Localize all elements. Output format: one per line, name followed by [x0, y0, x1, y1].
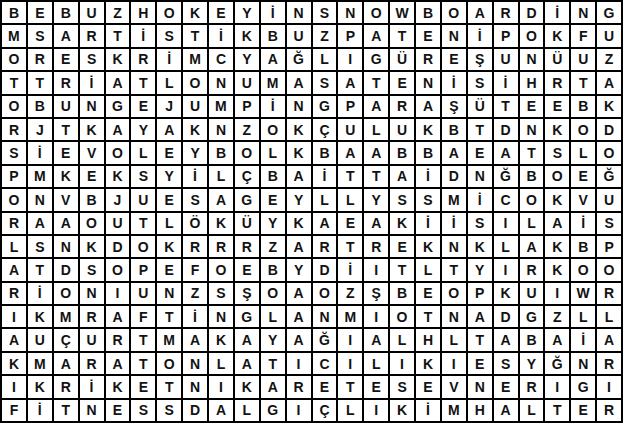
cell-r3c12[interactable]: Ğ: [287, 49, 311, 70]
cell-r3c16[interactable]: Ü: [390, 49, 414, 70]
cell-r11c4[interactable]: K: [80, 236, 104, 257]
cell-r8c18[interactable]: D: [442, 166, 466, 187]
cell-r17c19[interactable]: N: [468, 376, 492, 397]
cell-r16c21[interactable]: Y: [520, 353, 544, 374]
cell-r12c21[interactable]: R: [520, 259, 544, 280]
cell-r3c22[interactable]: Ü: [545, 49, 569, 70]
cell-r7c7[interactable]: E: [157, 142, 181, 163]
cell-r17c3[interactable]: R: [54, 376, 78, 397]
cell-r2c13[interactable]: Z: [313, 25, 337, 46]
cell-r7c24[interactable]: O: [597, 142, 621, 163]
cell-r17c21[interactable]: R: [520, 376, 544, 397]
cell-r8c10[interactable]: Ç: [235, 166, 259, 187]
cell-r13c3[interactable]: O: [54, 283, 78, 304]
cell-r14c6[interactable]: F: [131, 306, 155, 327]
cell-r18c20[interactable]: A: [494, 400, 518, 421]
cell-r2c18[interactable]: N: [442, 25, 466, 46]
cell-r8c13[interactable]: İ: [313, 166, 337, 187]
cell-r17c20[interactable]: E: [494, 376, 518, 397]
cell-r8c20[interactable]: Ğ: [494, 166, 518, 187]
cell-r6c1[interactable]: R: [2, 119, 26, 140]
cell-r1c16[interactable]: W: [390, 2, 414, 23]
cell-r15c5[interactable]: R: [106, 329, 130, 350]
cell-r8c8[interactable]: İ: [183, 166, 207, 187]
cell-r12c4[interactable]: S: [80, 259, 104, 280]
cell-r14c17[interactable]: T: [416, 306, 440, 327]
cell-r18c24[interactable]: R: [597, 400, 621, 421]
cell-r2c9[interactable]: İ: [209, 25, 233, 46]
cell-r6c2[interactable]: J: [28, 119, 52, 140]
cell-r2c1[interactable]: M: [2, 25, 26, 46]
cell-r6c18[interactable]: B: [442, 119, 466, 140]
cell-r12c1[interactable]: A: [2, 259, 26, 280]
cell-r14c15[interactable]: I: [364, 306, 388, 327]
cell-r1c9[interactable]: E: [209, 2, 233, 23]
cell-r3c17[interactable]: R: [416, 49, 440, 70]
cell-r12c14[interactable]: İ: [338, 259, 362, 280]
cell-r7c3[interactable]: E: [54, 142, 78, 163]
cell-r13c12[interactable]: A: [287, 283, 311, 304]
cell-r6c9[interactable]: N: [209, 119, 233, 140]
cell-r13c11[interactable]: O: [261, 283, 285, 304]
cell-r5c1[interactable]: O: [2, 96, 26, 117]
cell-r5c8[interactable]: U: [183, 96, 207, 117]
cell-r7c8[interactable]: Y: [183, 142, 207, 163]
cell-r3c11[interactable]: A: [261, 49, 285, 70]
cell-r8c4[interactable]: E: [80, 166, 104, 187]
cell-r9c7[interactable]: E: [157, 189, 181, 210]
cell-r18c11[interactable]: G: [261, 400, 285, 421]
cell-r13c24[interactable]: R: [597, 283, 621, 304]
cell-r13c5[interactable]: I: [106, 283, 130, 304]
cell-r11c20[interactable]: L: [494, 236, 518, 257]
cell-r18c23[interactable]: E: [571, 400, 595, 421]
cell-r8c12[interactable]: A: [287, 166, 311, 187]
cell-r6c15[interactable]: L: [364, 119, 388, 140]
cell-r17c5[interactable]: K: [106, 376, 130, 397]
cell-r15c4[interactable]: U: [80, 329, 104, 350]
cell-r8c5[interactable]: K: [106, 166, 130, 187]
cell-r9c17[interactable]: S: [416, 189, 440, 210]
cell-r8c14[interactable]: T: [338, 166, 362, 187]
cell-r2c8[interactable]: T: [183, 25, 207, 46]
cell-r18c1[interactable]: F: [2, 400, 26, 421]
cell-r4c18[interactable]: İ: [442, 72, 466, 93]
cell-r6c8[interactable]: K: [183, 119, 207, 140]
cell-r2c22[interactable]: K: [545, 25, 569, 46]
cell-r15c15[interactable]: A: [364, 329, 388, 350]
cell-r8c3[interactable]: K: [54, 166, 78, 187]
cell-r13c15[interactable]: Ş: [364, 283, 388, 304]
cell-r5c18[interactable]: Ş: [442, 96, 466, 117]
cell-r4c5[interactable]: A: [106, 72, 130, 93]
cell-r15c13[interactable]: Ğ: [313, 329, 337, 350]
cell-r1c12[interactable]: N: [287, 2, 311, 23]
cell-r18c22[interactable]: T: [545, 400, 569, 421]
cell-r16c2[interactable]: M: [28, 353, 52, 374]
cell-r10c11[interactable]: Y: [261, 213, 285, 234]
cell-r11c22[interactable]: K: [545, 236, 569, 257]
cell-r15c22[interactable]: A: [545, 329, 569, 350]
cell-r6c14[interactable]: U: [338, 119, 362, 140]
cell-r2c7[interactable]: S: [157, 25, 181, 46]
cell-r15c1[interactable]: A: [2, 329, 26, 350]
cell-r10c22[interactable]: A: [545, 213, 569, 234]
cell-r17c13[interactable]: E: [313, 376, 337, 397]
cell-r2c12[interactable]: U: [287, 25, 311, 46]
cell-r12c23[interactable]: O: [571, 259, 595, 280]
cell-r9c3[interactable]: V: [54, 189, 78, 210]
cell-r2c11[interactable]: B: [261, 25, 285, 46]
cell-r7c23[interactable]: L: [571, 142, 595, 163]
cell-r7c17[interactable]: B: [416, 142, 440, 163]
cell-r13c19[interactable]: P: [468, 283, 492, 304]
cell-r10c15[interactable]: A: [364, 213, 388, 234]
cell-r6c20[interactable]: D: [494, 119, 518, 140]
cell-r1c4[interactable]: U: [80, 2, 104, 23]
cell-r3c2[interactable]: R: [28, 49, 52, 70]
cell-r14c9[interactable]: N: [209, 306, 233, 327]
cell-r15c23[interactable]: İ: [571, 329, 595, 350]
cell-r13c14[interactable]: Z: [338, 283, 362, 304]
cell-r15c2[interactable]: U: [28, 329, 52, 350]
cell-r12c11[interactable]: B: [261, 259, 285, 280]
cell-r1c1[interactable]: B: [2, 2, 26, 23]
cell-r10c13[interactable]: A: [313, 213, 337, 234]
cell-r16c16[interactable]: I: [390, 353, 414, 374]
cell-r14c22[interactable]: Z: [545, 306, 569, 327]
cell-r17c15[interactable]: E: [364, 376, 388, 397]
cell-r11c21[interactable]: A: [520, 236, 544, 257]
cell-r15c11[interactable]: Y: [261, 329, 285, 350]
cell-r18c19[interactable]: H: [468, 400, 492, 421]
cell-r17c10[interactable]: K: [235, 376, 259, 397]
cell-r9c19[interactable]: İ: [468, 189, 492, 210]
cell-r14c16[interactable]: O: [390, 306, 414, 327]
cell-r10c12[interactable]: K: [287, 213, 311, 234]
cell-r14c2[interactable]: K: [28, 306, 52, 327]
cell-r5c6[interactable]: E: [131, 96, 155, 117]
cell-r16c20[interactable]: S: [494, 353, 518, 374]
cell-r12c2[interactable]: T: [28, 259, 52, 280]
cell-r8c19[interactable]: N: [468, 166, 492, 187]
cell-r2c6[interactable]: İ: [131, 25, 155, 46]
cell-r8c7[interactable]: Y: [157, 166, 181, 187]
cell-r16c15[interactable]: L: [364, 353, 388, 374]
cell-r5c2[interactable]: B: [28, 96, 52, 117]
cell-r10c9[interactable]: K: [209, 213, 233, 234]
cell-r9c20[interactable]: C: [494, 189, 518, 210]
cell-r1c18[interactable]: O: [442, 2, 466, 23]
cell-r15c16[interactable]: L: [390, 329, 414, 350]
cell-r11c24[interactable]: P: [597, 236, 621, 257]
cell-r10c23[interactable]: İ: [571, 213, 595, 234]
cell-r4c9[interactable]: N: [209, 72, 233, 93]
cell-r10c24[interactable]: S: [597, 213, 621, 234]
cell-r10c2[interactable]: A: [28, 213, 52, 234]
cell-r6c19[interactable]: T: [468, 119, 492, 140]
cell-r6c17[interactable]: K: [416, 119, 440, 140]
cell-r10c16[interactable]: K: [390, 213, 414, 234]
cell-r14c12[interactable]: A: [287, 306, 311, 327]
cell-r8c21[interactable]: B: [520, 166, 544, 187]
cell-r9c11[interactable]: E: [261, 189, 285, 210]
cell-r4c15[interactable]: T: [364, 72, 388, 93]
cell-r6c10[interactable]: Z: [235, 119, 259, 140]
cell-r8c24[interactable]: Ğ: [597, 166, 621, 187]
cell-r18c13[interactable]: Ç: [313, 400, 337, 421]
cell-r13c16[interactable]: B: [390, 283, 414, 304]
cell-r9c8[interactable]: S: [183, 189, 207, 210]
cell-r11c9[interactable]: R: [209, 236, 233, 257]
cell-r15c7[interactable]: M: [157, 329, 181, 350]
cell-r9c9[interactable]: A: [209, 189, 233, 210]
cell-r15c8[interactable]: A: [183, 329, 207, 350]
cell-r11c16[interactable]: E: [390, 236, 414, 257]
cell-r13c8[interactable]: Z: [183, 283, 207, 304]
cell-r4c13[interactable]: S: [313, 72, 337, 93]
cell-r13c23[interactable]: W: [571, 283, 595, 304]
cell-r11c18[interactable]: N: [442, 236, 466, 257]
cell-r17c22[interactable]: I: [545, 376, 569, 397]
cell-r6c23[interactable]: O: [571, 119, 595, 140]
cell-r14c10[interactable]: G: [235, 306, 259, 327]
cell-r17c14[interactable]: T: [338, 376, 362, 397]
cell-r4c24[interactable]: A: [597, 72, 621, 93]
cell-r3c19[interactable]: Ş: [468, 49, 492, 70]
cell-r1c11[interactable]: İ: [261, 2, 285, 23]
cell-r3c24[interactable]: Z: [597, 49, 621, 70]
cell-r9c24[interactable]: U: [597, 189, 621, 210]
cell-r11c3[interactable]: N: [54, 236, 78, 257]
cell-r3c13[interactable]: L: [313, 49, 337, 70]
cell-r14c7[interactable]: T: [157, 306, 181, 327]
cell-r13c6[interactable]: U: [131, 283, 155, 304]
cell-r13c21[interactable]: U: [520, 283, 544, 304]
cell-r5c21[interactable]: E: [520, 96, 544, 117]
cell-r11c14[interactable]: T: [338, 236, 362, 257]
cell-r13c17[interactable]: E: [416, 283, 440, 304]
cell-r5c3[interactable]: U: [54, 96, 78, 117]
cell-r12c9[interactable]: O: [209, 259, 233, 280]
cell-r12c12[interactable]: Y: [287, 259, 311, 280]
cell-r14c8[interactable]: İ: [183, 306, 207, 327]
cell-r4c21[interactable]: H: [520, 72, 544, 93]
cell-r5c20[interactable]: T: [494, 96, 518, 117]
cell-r18c18[interactable]: M: [442, 400, 466, 421]
cell-r2c24[interactable]: U: [597, 25, 621, 46]
cell-r11c13[interactable]: R: [313, 236, 337, 257]
cell-r8c9[interactable]: L: [209, 166, 233, 187]
cell-r2c20[interactable]: P: [494, 25, 518, 46]
cell-r15c6[interactable]: T: [131, 329, 155, 350]
cell-r7c1[interactable]: S: [2, 142, 26, 163]
cell-r17c12[interactable]: R: [287, 376, 311, 397]
cell-r2c15[interactable]: A: [364, 25, 388, 46]
cell-r18c5[interactable]: E: [106, 400, 130, 421]
cell-r18c3[interactable]: T: [54, 400, 78, 421]
cell-r3c21[interactable]: N: [520, 49, 544, 70]
cell-r5c23[interactable]: B: [571, 96, 595, 117]
cell-r15c17[interactable]: H: [416, 329, 440, 350]
cell-r5c16[interactable]: R: [390, 96, 414, 117]
cell-r7c16[interactable]: B: [390, 142, 414, 163]
cell-r11c10[interactable]: R: [235, 236, 259, 257]
cell-r9c2[interactable]: N: [28, 189, 52, 210]
cell-r1c23[interactable]: N: [571, 2, 595, 23]
cell-r6c5[interactable]: A: [106, 119, 130, 140]
cell-r13c7[interactable]: N: [157, 283, 181, 304]
cell-r11c5[interactable]: D: [106, 236, 130, 257]
cell-r5c14[interactable]: P: [338, 96, 362, 117]
cell-r9c12[interactable]: Y: [287, 189, 311, 210]
cell-r2c16[interactable]: T: [390, 25, 414, 46]
cell-r4c17[interactable]: N: [416, 72, 440, 93]
cell-r16c24[interactable]: R: [597, 353, 621, 374]
cell-r16c4[interactable]: R: [80, 353, 104, 374]
cell-r4c10[interactable]: U: [235, 72, 259, 93]
cell-r6c22[interactable]: K: [545, 119, 569, 140]
cell-r7c21[interactable]: T: [520, 142, 544, 163]
cell-r10c18[interactable]: İ: [442, 213, 466, 234]
cell-r7c19[interactable]: E: [468, 142, 492, 163]
cell-r12c8[interactable]: F: [183, 259, 207, 280]
cell-r1c2[interactable]: E: [28, 2, 52, 23]
cell-r12c22[interactable]: K: [545, 259, 569, 280]
cell-r8c2[interactable]: M: [28, 166, 52, 187]
cell-r17c17[interactable]: E: [416, 376, 440, 397]
cell-r14c24[interactable]: L: [597, 306, 621, 327]
cell-r16c3[interactable]: A: [54, 353, 78, 374]
cell-r14c18[interactable]: N: [442, 306, 466, 327]
cell-r9c6[interactable]: U: [131, 189, 155, 210]
cell-r5c17[interactable]: A: [416, 96, 440, 117]
cell-r17c8[interactable]: N: [183, 376, 207, 397]
cell-r11c19[interactable]: K: [468, 236, 492, 257]
cell-r10c7[interactable]: L: [157, 213, 181, 234]
cell-r1c20[interactable]: R: [494, 2, 518, 23]
cell-r10c5[interactable]: U: [106, 213, 130, 234]
cell-r10c17[interactable]: İ: [416, 213, 440, 234]
cell-r14c3[interactable]: M: [54, 306, 78, 327]
cell-r14c11[interactable]: L: [261, 306, 285, 327]
cell-r1c19[interactable]: A: [468, 2, 492, 23]
cell-r8c6[interactable]: S: [131, 166, 155, 187]
cell-r17c23[interactable]: G: [571, 376, 595, 397]
cell-r8c17[interactable]: İ: [416, 166, 440, 187]
cell-r12c15[interactable]: I: [364, 259, 388, 280]
cell-r6c24[interactable]: D: [597, 119, 621, 140]
cell-r13c18[interactable]: O: [442, 283, 466, 304]
cell-r1c22[interactable]: İ: [545, 2, 569, 23]
cell-r7c14[interactable]: A: [338, 142, 362, 163]
cell-r4c14[interactable]: A: [338, 72, 362, 93]
cell-r5c13[interactable]: G: [313, 96, 337, 117]
cell-r17c9[interactable]: I: [209, 376, 233, 397]
cell-r4c20[interactable]: İ: [494, 72, 518, 93]
cell-r1c7[interactable]: O: [157, 2, 181, 23]
cell-r16c18[interactable]: I: [442, 353, 466, 374]
cell-r10c6[interactable]: T: [131, 213, 155, 234]
cell-r13c4[interactable]: N: [80, 283, 104, 304]
cell-r11c23[interactable]: B: [571, 236, 595, 257]
cell-r4c3[interactable]: R: [54, 72, 78, 93]
cell-r16c13[interactable]: C: [313, 353, 337, 374]
cell-r16c19[interactable]: E: [468, 353, 492, 374]
cell-r13c1[interactable]: R: [2, 283, 26, 304]
cell-r12c3[interactable]: D: [54, 259, 78, 280]
cell-r2c4[interactable]: R: [80, 25, 104, 46]
cell-r4c22[interactable]: R: [545, 72, 569, 93]
cell-r7c10[interactable]: O: [235, 142, 259, 163]
cell-r2c21[interactable]: O: [520, 25, 544, 46]
cell-r13c22[interactable]: I: [545, 283, 569, 304]
cell-r15c10[interactable]: A: [235, 329, 259, 350]
cell-r16c1[interactable]: K: [2, 353, 26, 374]
cell-r5c22[interactable]: E: [545, 96, 569, 117]
cell-r1c10[interactable]: Y: [235, 2, 259, 23]
cell-r3c9[interactable]: C: [209, 49, 233, 70]
cell-r8c11[interactable]: B: [261, 166, 285, 187]
cell-r2c14[interactable]: P: [338, 25, 362, 46]
cell-r7c18[interactable]: A: [442, 142, 466, 163]
cell-r2c5[interactable]: T: [106, 25, 130, 46]
cell-r4c7[interactable]: L: [157, 72, 181, 93]
cell-r13c2[interactable]: İ: [28, 283, 52, 304]
cell-r14c20[interactable]: D: [494, 306, 518, 327]
cell-r10c21[interactable]: L: [520, 213, 544, 234]
cell-r18c10[interactable]: L: [235, 400, 259, 421]
cell-r4c2[interactable]: T: [28, 72, 52, 93]
cell-r11c7[interactable]: K: [157, 236, 181, 257]
cell-r6c6[interactable]: Y: [131, 119, 155, 140]
cell-r15c19[interactable]: T: [468, 329, 492, 350]
cell-r5c5[interactable]: G: [106, 96, 130, 117]
cell-r6c21[interactable]: N: [520, 119, 544, 140]
cell-r18c2[interactable]: İ: [28, 400, 52, 421]
cell-r14c21[interactable]: G: [520, 306, 544, 327]
cell-r1c17[interactable]: B: [416, 2, 440, 23]
cell-r9c13[interactable]: L: [313, 189, 337, 210]
cell-r6c12[interactable]: K: [287, 119, 311, 140]
cell-r17c18[interactable]: V: [442, 376, 466, 397]
cell-r10c20[interactable]: I: [494, 213, 518, 234]
cell-r1c13[interactable]: S: [313, 2, 337, 23]
cell-r3c14[interactable]: I: [338, 49, 362, 70]
cell-r8c1[interactable]: P: [2, 166, 26, 187]
cell-r18c17[interactable]: İ: [416, 400, 440, 421]
cell-r1c15[interactable]: O: [364, 2, 388, 23]
cell-r5c12[interactable]: N: [287, 96, 311, 117]
cell-r14c5[interactable]: A: [106, 306, 130, 327]
cell-r16c6[interactable]: T: [131, 353, 155, 374]
cell-r18c16[interactable]: K: [390, 400, 414, 421]
cell-r9c23[interactable]: V: [571, 189, 595, 210]
cell-r6c13[interactable]: Ç: [313, 119, 337, 140]
cell-r5c9[interactable]: M: [209, 96, 233, 117]
cell-r9c10[interactable]: G: [235, 189, 259, 210]
cell-r1c14[interactable]: N: [338, 2, 362, 23]
cell-r10c14[interactable]: E: [338, 213, 362, 234]
cell-r10c4[interactable]: O: [80, 213, 104, 234]
cell-r4c12[interactable]: A: [287, 72, 311, 93]
cell-r1c8[interactable]: K: [183, 2, 207, 23]
cell-r4c11[interactable]: M: [261, 72, 285, 93]
cell-r11c8[interactable]: R: [183, 236, 207, 257]
cell-r11c12[interactable]: A: [287, 236, 311, 257]
cell-r18c8[interactable]: D: [183, 400, 207, 421]
cell-r8c23[interactable]: E: [571, 166, 595, 187]
